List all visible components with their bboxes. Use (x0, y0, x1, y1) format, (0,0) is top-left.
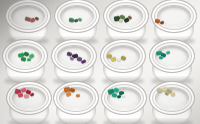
gem-chip-yellow (117, 58, 121, 61)
jar-r2c2 (50, 37, 98, 85)
jar-r2c1 (1, 37, 49, 85)
gem-chip-pale-yellow (171, 92, 175, 96)
gem-jars-photo (0, 0, 200, 124)
jar-r3c2 (52, 79, 100, 124)
jar-r2c3 (99, 37, 147, 85)
gem-chip-orange (76, 94, 80, 98)
jar-r3c1 (5, 79, 53, 124)
jar-r3c4 (148, 79, 196, 124)
jar-r2c4 (148, 37, 196, 85)
jar-r3c3 (100, 79, 148, 124)
gem-chip-bright-green (27, 58, 31, 61)
gem-chip-dark-green-mix (119, 19, 123, 22)
gem-chip-emerald-teal (122, 94, 125, 97)
gem-chip-teal (159, 56, 163, 59)
gem-chip-red-pink (24, 94, 29, 98)
jar-opening (61, 6, 93, 27)
gem-chip-bright-green (21, 57, 27, 62)
jar-opening (158, 6, 190, 27)
